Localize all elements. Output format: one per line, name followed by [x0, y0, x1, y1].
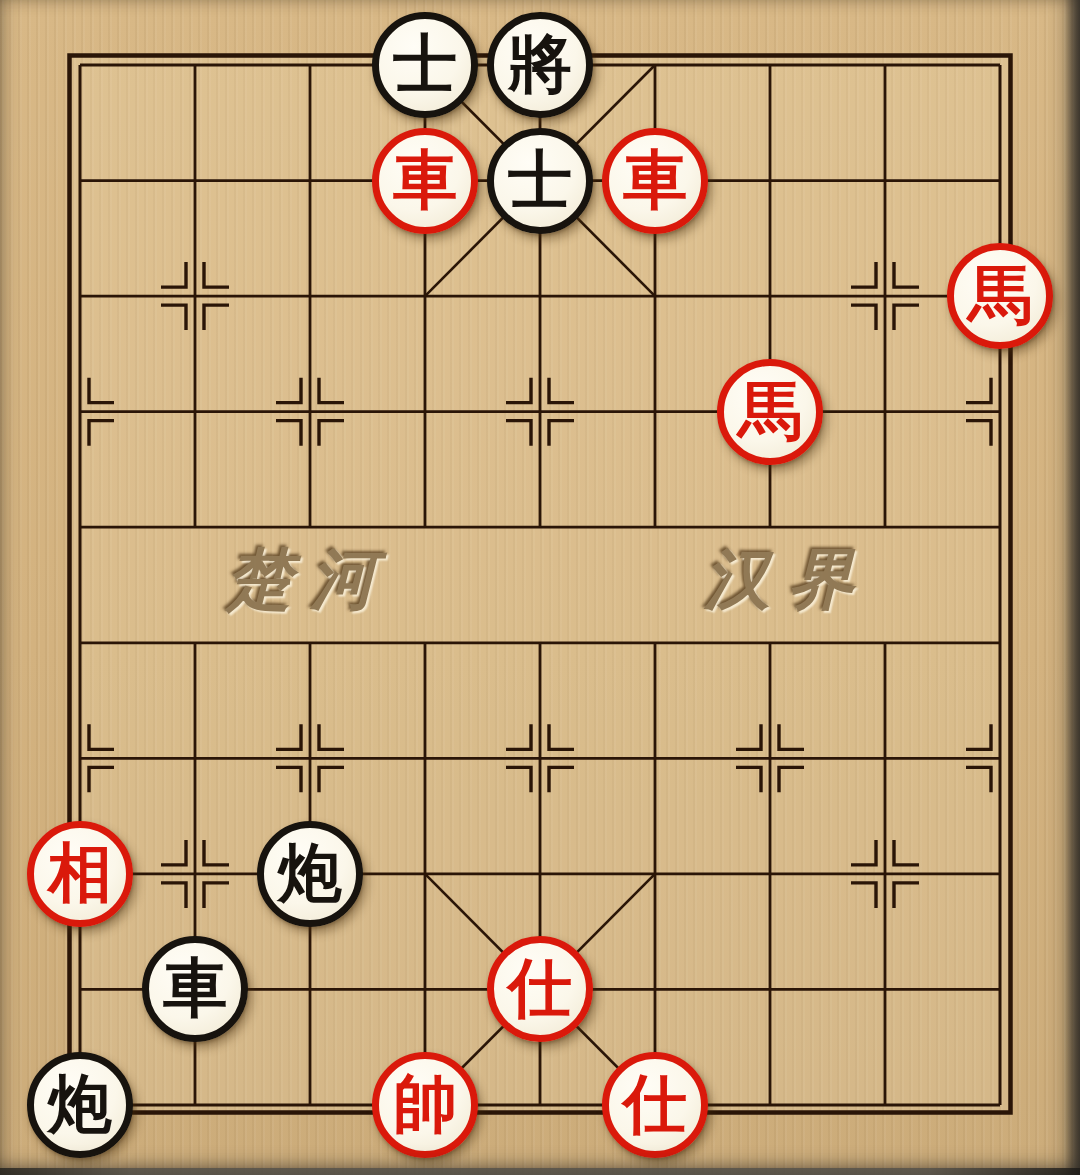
- black-advisor-label: 士: [508, 148, 572, 212]
- red-chariot[interactable]: 車: [372, 128, 478, 234]
- red-advisor[interactable]: 仕: [602, 1052, 708, 1158]
- red-chariot-label: 車: [623, 148, 687, 212]
- black-general[interactable]: 將: [487, 12, 593, 118]
- black-advisor[interactable]: 士: [372, 12, 478, 118]
- red-chariot-label: 車: [393, 148, 457, 212]
- black-cannon[interactable]: 炮: [257, 821, 363, 927]
- black-general-label: 將: [508, 32, 572, 96]
- black-advisor[interactable]: 士: [487, 128, 593, 234]
- red-advisor[interactable]: 仕: [487, 936, 593, 1042]
- red-horse-label: 馬: [968, 263, 1032, 327]
- black-cannon-label: 炮: [48, 1072, 112, 1136]
- black-chariot[interactable]: 車: [142, 936, 248, 1042]
- red-advisor-label: 仕: [623, 1072, 687, 1136]
- red-general-label: 帥: [393, 1072, 457, 1136]
- red-horse[interactable]: 馬: [947, 243, 1053, 349]
- black-cannon-label: 炮: [278, 841, 342, 905]
- red-chariot[interactable]: 車: [602, 128, 708, 234]
- xiangqi-app-screen: 楚河 汉界 士將車士車馬馬相炮車仕炮帥仕: [0, 0, 1080, 1175]
- red-horse[interactable]: 馬: [717, 359, 823, 465]
- red-horse-label: 馬: [738, 379, 802, 443]
- pieces-layer: 士將車士車馬馬相炮車仕炮帥仕: [23, 7, 1058, 1162]
- red-elephant-label: 相: [48, 841, 112, 905]
- red-elephant[interactable]: 相: [27, 821, 133, 927]
- red-advisor-label: 仕: [508, 956, 572, 1020]
- red-general[interactable]: 帥: [372, 1052, 478, 1158]
- black-chariot-label: 車: [163, 956, 227, 1020]
- black-cannon[interactable]: 炮: [27, 1052, 133, 1158]
- black-advisor-label: 士: [393, 32, 457, 96]
